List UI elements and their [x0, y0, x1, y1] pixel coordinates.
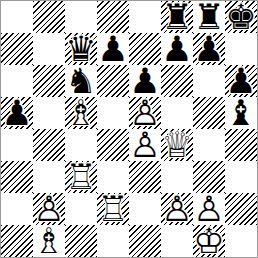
white-pawn-b2[interactable]: ♙ — [33, 193, 65, 225]
black-pawn-halo: ♟ — [129, 65, 161, 97]
square-a2[interactable] — [1, 193, 33, 225]
square-a6[interactable] — [1, 65, 33, 97]
square-b6[interactable] — [33, 65, 65, 97]
square-e6[interactable]: ♟♟ — [129, 65, 161, 97]
square-g6[interactable] — [193, 65, 225, 97]
square-c2[interactable] — [65, 193, 97, 225]
black-king-halo: ♚ — [225, 1, 257, 33]
black-pawn-halo: ♟ — [161, 33, 193, 65]
white-pawn-halo: ♟ — [129, 97, 161, 129]
black-pawn-a5[interactable]: ♟ — [1, 97, 33, 129]
white-pawn-halo: ♟ — [193, 193, 225, 225]
square-g2[interactable]: ♟♙ — [193, 193, 225, 225]
white-pawn-halo: ♟ — [129, 129, 161, 161]
square-b5[interactable] — [33, 97, 65, 129]
black-pawn-f7[interactable]: ♟ — [161, 33, 193, 65]
square-b4[interactable] — [33, 129, 65, 161]
square-b1[interactable]: ♝♗ — [33, 225, 65, 257]
square-g4[interactable] — [193, 129, 225, 161]
black-rook-f8[interactable]: ♜ — [161, 1, 193, 33]
square-e4[interactable]: ♟♙ — [129, 129, 161, 161]
white-bishop-c5[interactable]: ♗ — [65, 97, 97, 129]
square-c4[interactable] — [65, 129, 97, 161]
square-d5[interactable] — [97, 97, 129, 129]
square-e7[interactable] — [129, 33, 161, 65]
square-a8[interactable] — [1, 1, 33, 33]
black-pawn-halo: ♟ — [225, 65, 257, 97]
square-e5[interactable]: ♟♙ — [129, 97, 161, 129]
white-pawn-halo: ♟ — [161, 193, 193, 225]
square-g8[interactable]: ♜♜ — [193, 1, 225, 33]
square-a3[interactable] — [1, 161, 33, 193]
black-pawn-g7[interactable]: ♟ — [193, 33, 225, 65]
white-queen-f4[interactable]: ♕ — [161, 129, 193, 161]
square-a5[interactable]: ♟♟ — [1, 97, 33, 129]
square-d1[interactable] — [97, 225, 129, 257]
white-bishop-b1[interactable]: ♗ — [33, 225, 65, 257]
black-rook-halo: ♜ — [161, 1, 193, 33]
black-king-h8[interactable]: ♚ — [225, 1, 257, 33]
white-bishop-halo: ♝ — [65, 97, 97, 129]
white-queen-halo: ♛ — [161, 129, 193, 161]
square-f1[interactable] — [161, 225, 193, 257]
white-pawn-e5[interactable]: ♙ — [129, 97, 161, 129]
square-h2[interactable] — [225, 193, 257, 225]
black-pawn-halo: ♟ — [97, 33, 129, 65]
square-c1[interactable] — [65, 225, 97, 257]
white-rook-d2[interactable]: ♖ — [97, 193, 129, 225]
square-c8[interactable] — [65, 1, 97, 33]
square-e3[interactable] — [129, 161, 161, 193]
square-f4[interactable]: ♛♕ — [161, 129, 193, 161]
square-c7[interactable]: ♛♛ — [65, 33, 97, 65]
white-rook-halo: ♜ — [65, 161, 97, 193]
square-a4[interactable] — [1, 129, 33, 161]
black-knight-halo: ♞ — [65, 65, 97, 97]
square-f5[interactable] — [161, 97, 193, 129]
square-c5[interactable]: ♝♗ — [65, 97, 97, 129]
white-rook-halo: ♜ — [97, 193, 129, 225]
white-rook-c3[interactable]: ♖ — [65, 161, 97, 193]
square-b8[interactable] — [33, 1, 65, 33]
square-c3[interactable]: ♜♖ — [65, 161, 97, 193]
black-pawn-d7[interactable]: ♟ — [97, 33, 129, 65]
white-pawn-halo: ♟ — [33, 193, 65, 225]
black-pawn-e6[interactable]: ♟ — [129, 65, 161, 97]
square-d4[interactable] — [97, 129, 129, 161]
black-queen-halo: ♛ — [65, 33, 97, 65]
square-d3[interactable] — [97, 161, 129, 193]
square-e1[interactable] — [129, 225, 161, 257]
square-d2[interactable]: ♜♖ — [97, 193, 129, 225]
black-knight-c6[interactable]: ♞ — [65, 65, 97, 97]
square-h3[interactable] — [225, 161, 257, 193]
square-f2[interactable]: ♟♙ — [161, 193, 193, 225]
black-pawn-h6[interactable]: ♟ — [225, 65, 257, 97]
square-b3[interactable] — [33, 161, 65, 193]
square-g1[interactable]: ♚♔ — [193, 225, 225, 257]
square-f7[interactable]: ♟♟ — [161, 33, 193, 65]
square-h4[interactable] — [225, 129, 257, 161]
white-pawn-g2[interactable]: ♙ — [193, 193, 225, 225]
square-h7[interactable] — [225, 33, 257, 65]
white-pawn-e4[interactable]: ♙ — [129, 129, 161, 161]
black-rook-halo: ♜ — [193, 1, 225, 33]
square-g5[interactable] — [193, 97, 225, 129]
square-h6[interactable]: ♟♟ — [225, 65, 257, 97]
square-g3[interactable] — [193, 161, 225, 193]
square-h8[interactable]: ♚♚ — [225, 1, 257, 33]
square-h5[interactable]: ♝♝ — [225, 97, 257, 129]
square-f8[interactable]: ♜♜ — [161, 1, 193, 33]
black-bishop-h5[interactable]: ♝ — [225, 97, 257, 129]
chess-board: ♜♜♜♜♚♚♛♛♟♟♟♟♟♟♞♞♟♟♟♟♟♟♝♗♟♙♝♝♟♙♛♕♜♖♟♙♜♖♟♙… — [0, 0, 258, 258]
square-c6[interactable]: ♞♞ — [65, 65, 97, 97]
white-pawn-f2[interactable]: ♙ — [161, 193, 193, 225]
white-bishop-halo: ♝ — [33, 225, 65, 257]
square-a1[interactable] — [1, 225, 33, 257]
white-king-g1[interactable]: ♔ — [193, 225, 225, 257]
square-d7[interactable]: ♟♟ — [97, 33, 129, 65]
square-a7[interactable] — [1, 33, 33, 65]
black-bishop-halo: ♝ — [225, 97, 257, 129]
square-h1[interactable] — [225, 225, 257, 257]
square-b7[interactable] — [33, 33, 65, 65]
square-f6[interactable] — [161, 65, 193, 97]
square-e8[interactable] — [129, 1, 161, 33]
white-king-halo: ♚ — [193, 225, 225, 257]
square-d6[interactable] — [97, 65, 129, 97]
square-g7[interactable]: ♟♟ — [193, 33, 225, 65]
black-queen-c7[interactable]: ♛ — [65, 33, 97, 65]
black-pawn-halo: ♟ — [1, 97, 33, 129]
square-f3[interactable] — [161, 161, 193, 193]
square-d8[interactable] — [97, 1, 129, 33]
black-pawn-halo: ♟ — [193, 33, 225, 65]
black-rook-g8[interactable]: ♜ — [193, 1, 225, 33]
square-e2[interactable] — [129, 193, 161, 225]
square-b2[interactable]: ♟♙ — [33, 193, 65, 225]
